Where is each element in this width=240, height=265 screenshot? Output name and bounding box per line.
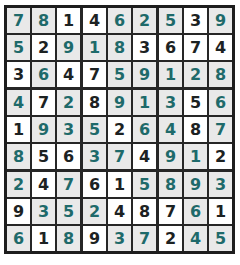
cell-r7c6[interactable]: 5	[133, 172, 156, 197]
cell-r2c9[interactable]: 4	[209, 35, 232, 60]
cell-r4c7[interactable]: 3	[159, 90, 182, 115]
cell-r7c9[interactable]: 3	[209, 172, 232, 197]
box-5: 891526374	[83, 90, 156, 169]
cell-r4c5[interactable]: 9	[108, 90, 131, 115]
cell-r3c6[interactable]: 9	[133, 62, 156, 87]
cell-r7c2[interactable]: 4	[32, 172, 55, 197]
cell-r4c8[interactable]: 5	[184, 90, 207, 115]
cell-r7c1[interactable]: 2	[7, 172, 30, 197]
cell-r9c2[interactable]: 1	[32, 226, 55, 251]
cell-r9c8[interactable]: 4	[184, 226, 207, 251]
cell-r8c6[interactable]: 8	[133, 199, 156, 224]
cell-r6c1[interactable]: 8	[7, 144, 30, 169]
cell-r4c9[interactable]: 6	[209, 90, 232, 115]
box-6: 356487912	[159, 90, 232, 169]
cell-r2c7[interactable]: 6	[159, 35, 182, 60]
cell-r3c4[interactable]: 7	[83, 62, 106, 87]
cell-r7c8[interactable]: 9	[184, 172, 207, 197]
box-1: 781529364	[7, 8, 80, 87]
cell-r5c4[interactable]: 5	[83, 117, 106, 142]
cell-r1c7[interactable]: 5	[159, 8, 182, 33]
cell-r7c7[interactable]: 8	[159, 172, 182, 197]
cell-r9c5[interactable]: 3	[108, 226, 131, 251]
cell-r9c1[interactable]: 6	[7, 226, 30, 251]
cell-r7c4[interactable]: 6	[83, 172, 106, 197]
cell-r5c2[interactable]: 9	[32, 117, 55, 142]
cell-r4c4[interactable]: 8	[83, 90, 106, 115]
cell-r4c2[interactable]: 7	[32, 90, 55, 115]
cell-r2c3[interactable]: 9	[57, 35, 80, 60]
cell-r2c8[interactable]: 7	[184, 35, 207, 60]
cell-r3c3[interactable]: 4	[57, 62, 80, 87]
cell-r8c5[interactable]: 4	[108, 199, 131, 224]
cell-r1c1[interactable]: 7	[7, 8, 30, 33]
cell-r6c5[interactable]: 7	[108, 144, 131, 169]
cell-r9c7[interactable]: 2	[159, 226, 182, 251]
cell-r5c5[interactable]: 2	[108, 117, 131, 142]
cell-r9c6[interactable]: 7	[133, 226, 156, 251]
cell-r9c4[interactable]: 9	[83, 226, 106, 251]
cell-r6c3[interactable]: 6	[57, 144, 80, 169]
cell-r6c4[interactable]: 3	[83, 144, 106, 169]
box-9: 893761245	[159, 172, 232, 251]
cell-r4c1[interactable]: 4	[7, 90, 30, 115]
cell-r5c9[interactable]: 7	[209, 117, 232, 142]
cell-r3c7[interactable]: 1	[159, 62, 182, 87]
cell-r1c4[interactable]: 4	[83, 8, 106, 33]
cell-r5c7[interactable]: 4	[159, 117, 182, 142]
sudoku-board: 7815293644621837595396741284721938568915…	[4, 5, 235, 254]
box-3: 539674128	[159, 8, 232, 87]
cell-r2c4[interactable]: 1	[83, 35, 106, 60]
cell-r1c2[interactable]: 8	[32, 8, 55, 33]
cell-r6c6[interactable]: 4	[133, 144, 156, 169]
cell-r3c8[interactable]: 2	[184, 62, 207, 87]
cell-r1c8[interactable]: 3	[184, 8, 207, 33]
cell-r5c1[interactable]: 1	[7, 117, 30, 142]
cell-r4c6[interactable]: 1	[133, 90, 156, 115]
cell-r2c1[interactable]: 5	[7, 35, 30, 60]
cell-r6c9[interactable]: 2	[209, 144, 232, 169]
box-7: 247935618	[7, 172, 80, 251]
cell-r8c7[interactable]: 7	[159, 199, 182, 224]
cell-r7c3[interactable]: 7	[57, 172, 80, 197]
box-2: 462183759	[83, 8, 156, 87]
cell-r5c3[interactable]: 3	[57, 117, 80, 142]
cell-r8c2[interactable]: 3	[32, 199, 55, 224]
cell-r8c4[interactable]: 2	[83, 199, 106, 224]
cell-r3c1[interactable]: 3	[7, 62, 30, 87]
cell-r5c8[interactable]: 8	[184, 117, 207, 142]
cell-r6c8[interactable]: 1	[184, 144, 207, 169]
cell-r2c2[interactable]: 2	[32, 35, 55, 60]
cell-r8c9[interactable]: 1	[209, 199, 232, 224]
cell-r7c5[interactable]: 1	[108, 172, 131, 197]
cell-r3c2[interactable]: 6	[32, 62, 55, 87]
cell-r6c2[interactable]: 5	[32, 144, 55, 169]
cell-r1c6[interactable]: 2	[133, 8, 156, 33]
cell-r8c3[interactable]: 5	[57, 199, 80, 224]
cell-r1c9[interactable]: 9	[209, 8, 232, 33]
cell-r2c6[interactable]: 3	[133, 35, 156, 60]
cell-r9c3[interactable]: 8	[57, 226, 80, 251]
cell-r8c1[interactable]: 9	[7, 199, 30, 224]
cell-r5c6[interactable]: 6	[133, 117, 156, 142]
cell-r1c5[interactable]: 6	[108, 8, 131, 33]
cell-r3c5[interactable]: 5	[108, 62, 131, 87]
box-8: 615248937	[83, 172, 156, 251]
cell-r2c5[interactable]: 8	[108, 35, 131, 60]
cell-r3c9[interactable]: 8	[209, 62, 232, 87]
cell-r1c3[interactable]: 1	[57, 8, 80, 33]
cell-r4c3[interactable]: 2	[57, 90, 80, 115]
cell-r6c7[interactable]: 9	[159, 144, 182, 169]
cell-r9c9[interactable]: 5	[209, 226, 232, 251]
box-4: 472193856	[7, 90, 80, 169]
cell-r8c8[interactable]: 6	[184, 199, 207, 224]
